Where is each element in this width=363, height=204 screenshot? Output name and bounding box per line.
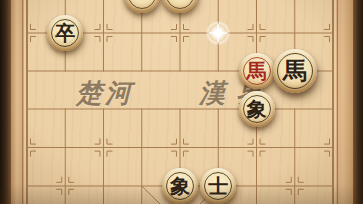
piece-glyph: 象 — [239, 91, 275, 127]
piece-glyph: 象 — [162, 168, 198, 204]
piece-glyph: 馬 — [239, 53, 275, 89]
piece-black-advisor[interactable]: 士 — [200, 168, 236, 204]
move-origin-sparkle-effect — [204, 19, 232, 47]
piece-unknown-unknown[interactable] — [124, 0, 160, 13]
piece-glyph — [162, 0, 198, 13]
piece-glyph — [124, 0, 160, 13]
river-label-chu: 楚河 — [76, 76, 134, 111]
piece-glyph: 馬 — [273, 49, 317, 93]
piece-black-horse[interactable]: 馬 — [273, 49, 317, 93]
piece-glyph: 士 — [200, 168, 236, 204]
piece-black-elephant[interactable]: 象 — [162, 168, 198, 204]
piece-glyph: 卒 — [47, 15, 83, 51]
piece-black-elephant[interactable]: 象 — [239, 91, 275, 127]
piece-unknown-unknown[interactable] — [162, 0, 198, 13]
piece-red-horse[interactable]: 馬 — [239, 53, 275, 89]
piece-black-soldier[interactable]: 卒 — [47, 15, 83, 51]
xiangqi-board[interactable]: 楚河 漢界 卒馬象馬象士 — [0, 0, 363, 204]
